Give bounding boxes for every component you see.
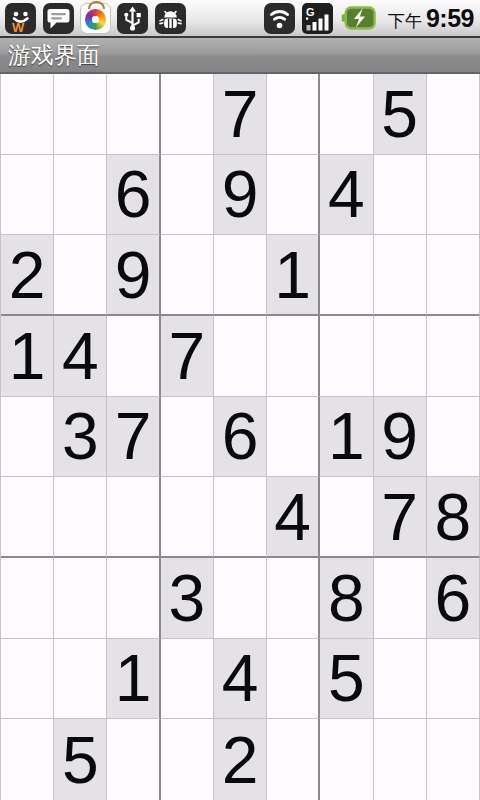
- sudoku-cell-r8c8[interactable]: [374, 639, 427, 720]
- cell-digit: 2: [9, 242, 46, 308]
- sudoku-cell-r2c3[interactable]: 6: [107, 155, 160, 236]
- sudoku-cell-r1c5[interactable]: 7: [214, 74, 267, 155]
- cell-digit: 5: [328, 645, 365, 711]
- sudoku-cell-r8c6[interactable]: [267, 639, 320, 720]
- screen: W: [0, 0, 480, 800]
- cell-digit: 4: [274, 484, 311, 550]
- cell-digit: 7: [222, 81, 259, 147]
- sudoku-cell-r2c5[interactable]: 9: [214, 155, 267, 236]
- sudoku-cell-r4c3[interactable]: [107, 316, 160, 397]
- sudoku-cell-r7c1[interactable]: [1, 558, 54, 639]
- sudoku-cell-r7c5[interactable]: [214, 558, 267, 639]
- sudoku-cell-r8c7[interactable]: 5: [320, 639, 373, 720]
- cell-digit: 2: [222, 727, 259, 793]
- sudoku-cell-r5c2[interactable]: 3: [54, 397, 107, 478]
- sudoku-cell-r3c5[interactable]: [214, 235, 267, 316]
- sudoku-cell-r7c7[interactable]: 8: [320, 558, 373, 639]
- sudoku-cell-r7c6[interactable]: [267, 558, 320, 639]
- sudoku-cell-r9c8[interactable]: [374, 719, 427, 800]
- sudoku-cell-r6c7[interactable]: [320, 477, 373, 558]
- cell-digit: 6: [435, 565, 472, 631]
- sms-icon: [42, 2, 75, 35]
- time-period-label: 下午: [388, 10, 422, 33]
- sudoku-cell-r3c7[interactable]: [320, 235, 373, 316]
- sudoku-cell-r7c2[interactable]: [54, 558, 107, 639]
- sudoku-cell-r8c3[interactable]: 1: [107, 639, 160, 720]
- cell-digit: 9: [381, 403, 418, 469]
- cell-digit: 1: [115, 645, 152, 711]
- sudoku-cell-r3c1[interactable]: 2: [1, 235, 54, 316]
- sudoku-cell-r5c9[interactable]: [427, 397, 480, 478]
- sudoku-cell-r4c7[interactable]: [320, 316, 373, 397]
- sudoku-cell-r6c1[interactable]: [1, 477, 54, 558]
- sudoku-cell-r7c3[interactable]: [107, 558, 160, 639]
- status-time: 下午 9:59: [388, 4, 474, 33]
- sudoku-cell-r2c1[interactable]: [1, 155, 54, 236]
- sudoku-cell-r8c2[interactable]: [54, 639, 107, 720]
- sudoku-cell-r5c5[interactable]: 6: [214, 397, 267, 478]
- sudoku-cell-r3c2[interactable]: [54, 235, 107, 316]
- sudoku-cell-r6c6[interactable]: 4: [267, 477, 320, 558]
- cell-digit: 6: [115, 161, 152, 227]
- sudoku-cell-r5c4[interactable]: [161, 397, 214, 478]
- sudoku-cell-r4c5[interactable]: [214, 316, 267, 397]
- cell-digit: 8: [328, 565, 365, 631]
- sudoku-cell-r9c6[interactable]: [267, 719, 320, 800]
- sudoku-cell-r3c9[interactable]: [427, 235, 480, 316]
- cell-digit: 1: [274, 242, 311, 308]
- cell-digit: 4: [328, 161, 365, 227]
- clock-label: 9:59: [426, 4, 474, 33]
- sudoku-cell-r5c3[interactable]: 7: [107, 397, 160, 478]
- sudoku-cell-r1c1[interactable]: [1, 74, 54, 155]
- sudoku-cell-r6c9[interactable]: 8: [427, 477, 480, 558]
- cell-digit: 7: [168, 323, 205, 389]
- sudoku-cell-r7c9[interactable]: 6: [427, 558, 480, 639]
- sudoku-cell-r1c9[interactable]: [427, 74, 480, 155]
- cell-digit: 4: [62, 323, 99, 389]
- sudoku-cell-r1c4[interactable]: [161, 74, 214, 155]
- sudoku-cell-r8c1[interactable]: [1, 639, 54, 720]
- cell-digit: 6: [222, 403, 259, 469]
- sudoku-cell-r4c1[interactable]: 1: [1, 316, 54, 397]
- sudoku-cell-r1c6[interactable]: [267, 74, 320, 155]
- sudoku-cell-r7c8[interactable]: [374, 558, 427, 639]
- wangwang-messenger-icon: W: [4, 2, 37, 35]
- sudoku-cell-r2c4[interactable]: [161, 155, 214, 236]
- sudoku-cell-r8c9[interactable]: [427, 639, 480, 720]
- cell-digit: 4: [222, 645, 259, 711]
- sudoku-cell-r5c8[interactable]: 9: [374, 397, 427, 478]
- cell-digit: 1: [9, 323, 46, 389]
- cell-digit: 8: [435, 484, 472, 550]
- sudoku-cell-r1c3[interactable]: [107, 74, 160, 155]
- sudoku-cell-r5c6[interactable]: [267, 397, 320, 478]
- sudoku-cell-r9c5[interactable]: 2: [214, 719, 267, 800]
- sudoku-cell-r9c1[interactable]: [1, 719, 54, 800]
- title-bar: 游戏界面: [0, 38, 480, 74]
- svg-text:W: W: [12, 20, 25, 35]
- sudoku-cell-r4c4[interactable]: 7: [161, 316, 214, 397]
- sudoku-board: 756942911473761947838614552: [0, 74, 480, 800]
- sudoku-cell-r6c2[interactable]: [54, 477, 107, 558]
- adb-debug-icon: [154, 2, 187, 35]
- sudoku-cell-r8c5[interactable]: 4: [214, 639, 267, 720]
- sudoku-cell-r3c3[interactable]: 9: [107, 235, 160, 316]
- page-title: 游戏界面: [8, 40, 100, 71]
- sudoku-cell-r4c9[interactable]: [427, 316, 480, 397]
- cell-digit: 7: [115, 403, 152, 469]
- sudoku-cell-r2c6[interactable]: [267, 155, 320, 236]
- sudoku-cell-r1c2[interactable]: [54, 74, 107, 155]
- cell-digit: 9: [222, 161, 259, 227]
- sudoku-cell-r4c8[interactable]: [374, 316, 427, 397]
- sudoku-cell-r4c6[interactable]: [267, 316, 320, 397]
- usb-icon: [116, 2, 149, 35]
- cell-digit: 7: [381, 484, 418, 550]
- sudoku-cell-r6c5[interactable]: [214, 477, 267, 558]
- sudoku-cell-r2c8[interactable]: [374, 155, 427, 236]
- sudoku-cell-r2c9[interactable]: [427, 155, 480, 236]
- sudoku-cell-r9c7[interactable]: [320, 719, 373, 800]
- svg-text:G: G: [306, 5, 315, 17]
- sudoku-cell-r6c3[interactable]: [107, 477, 160, 558]
- sudoku-cell-r3c8[interactable]: [374, 235, 427, 316]
- cell-digit: 5: [381, 81, 418, 147]
- sudoku-cell-r3c6[interactable]: 1: [267, 235, 320, 316]
- sudoku-cell-r4c2[interactable]: 4: [54, 316, 107, 397]
- cell-digit: 3: [168, 565, 205, 631]
- sudoku-cell-r5c7[interactable]: 1: [320, 397, 373, 478]
- signal-strength-icon: G: [301, 2, 334, 35]
- sudoku-cell-r9c9[interactable]: [427, 719, 480, 800]
- sudoku-cell-r9c2[interactable]: 5: [54, 719, 107, 800]
- battery-charging-icon: [339, 4, 379, 32]
- sudoku-cell-r6c4[interactable]: [161, 477, 214, 558]
- sudoku-cell-r8c4[interactable]: [161, 639, 214, 720]
- sudoku-cell-r1c8[interactable]: 5: [374, 74, 427, 155]
- sudoku-cell-r9c4[interactable]: [161, 719, 214, 800]
- sudoku-cell-r7c4[interactable]: 3: [161, 558, 214, 639]
- status-bar[interactable]: W: [0, 0, 480, 38]
- cell-digit: 3: [62, 403, 99, 469]
- sudoku-cell-r5c1[interactable]: [1, 397, 54, 478]
- sudoku-cell-r2c7[interactable]: 4: [320, 155, 373, 236]
- sudoku-cell-r3c4[interactable]: [161, 235, 214, 316]
- cell-digit: 5: [62, 727, 99, 793]
- wifi-icon: [263, 2, 296, 35]
- sudoku-cell-r1c7[interactable]: [320, 74, 373, 155]
- cell-digit: 9: [115, 242, 152, 308]
- app-store-icon: [80, 3, 111, 34]
- notification-icons: W: [4, 2, 187, 35]
- sudoku-cell-r6c8[interactable]: 7: [374, 477, 427, 558]
- sudoku-cell-r2c2[interactable]: [54, 155, 107, 236]
- cell-digit: 1: [328, 403, 365, 469]
- sudoku-cell-r9c3[interactable]: [107, 719, 160, 800]
- system-status-icons: G 下午 9:59: [263, 2, 476, 35]
